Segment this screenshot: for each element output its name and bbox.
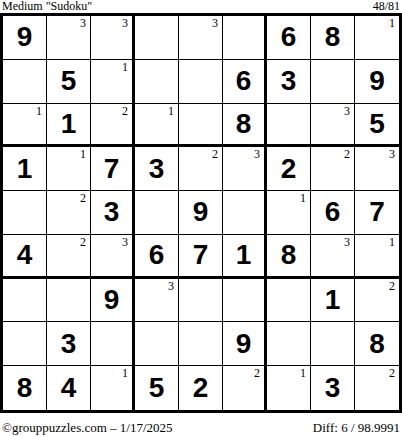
cell-r4c6[interactable]: 3 (223, 147, 267, 191)
cell-r3c6[interactable]: 8 (223, 104, 267, 148)
cell-digit: 8 (325, 23, 341, 51)
cell-digit: 8 (17, 374, 33, 402)
cell-r9c6[interactable]: 2 (223, 366, 267, 410)
cell-r5c2[interactable]: 2 (47, 191, 91, 235)
cell-r3c1[interactable]: 1 (3, 104, 47, 148)
cell-r8c8[interactable] (311, 322, 355, 366)
cell-digit: 4 (61, 374, 77, 402)
page-header: Medium "Sudoku" 48/81 (0, 0, 402, 13)
pencil-mark: 1 (300, 367, 306, 380)
pencil-mark: 1 (122, 367, 128, 380)
cell-r4c8[interactable]: 2 (311, 147, 355, 191)
cell-digit: 3 (104, 198, 120, 226)
pencil-mark: 1 (80, 148, 86, 161)
cell-digit: 7 (104, 155, 120, 183)
cell-digit: 2 (281, 155, 297, 183)
pencil-mark: 3 (212, 17, 218, 30)
cell-digit: 1 (61, 110, 77, 138)
cell-digit: 8 (281, 241, 297, 269)
cells-remaining-counter: 48/81 (373, 0, 400, 12)
cell-r3c9[interactable]: 5 (355, 104, 399, 148)
cell-digit: 7 (369, 198, 385, 226)
pencil-mark: 2 (389, 367, 395, 380)
cell-digit: 3 (281, 67, 297, 95)
cell-r2c2[interactable]: 5 (47, 60, 91, 104)
cell-digit: 3 (325, 374, 341, 402)
cell-digit: 4 (17, 241, 33, 269)
cell-r1c4[interactable] (135, 16, 179, 60)
page-footer: ©grouppuzzles.com – 1/17/2025 Diff: 6 / … (0, 420, 402, 436)
pencil-mark: 1 (168, 105, 174, 118)
cell-r1c9[interactable]: 1 (355, 16, 399, 60)
cell-r1c6[interactable] (223, 16, 267, 60)
cell-r1c3[interactable]: 3 (91, 16, 135, 60)
cell-digit: 6 (325, 198, 341, 226)
cell-r8c9[interactable]: 8 (355, 322, 399, 366)
pencil-mark: 3 (344, 236, 350, 249)
cell-digit: 8 (236, 110, 252, 138)
cell-r6c7[interactable]: 8 (267, 235, 311, 279)
cell-digit: 9 (236, 330, 252, 358)
cell-r8c7[interactable] (267, 322, 311, 366)
cell-r8c3[interactable] (91, 322, 135, 366)
cell-digit: 5 (149, 374, 165, 402)
cell-digit: 5 (61, 67, 77, 95)
cell-r4c3[interactable]: 7 (91, 147, 135, 191)
cell-r7c1[interactable] (3, 279, 47, 323)
cell-digit: 9 (193, 198, 209, 226)
pencil-mark: 2 (212, 148, 218, 161)
cell-digit: 8 (369, 330, 385, 358)
cell-digit: 2 (193, 374, 209, 402)
cell-r6c2[interactable]: 2 (47, 235, 91, 279)
pencil-mark: 3 (344, 105, 350, 118)
cell-r9c9[interactable]: 2 (355, 366, 399, 410)
cell-r7c9[interactable]: 2 (355, 279, 399, 323)
cell-r5c9[interactable]: 7 (355, 191, 399, 235)
pencil-mark: 2 (389, 280, 395, 293)
cell-r9c4[interactable]: 5 (135, 366, 179, 410)
pencil-mark: 2 (80, 192, 86, 205)
cell-r4c5[interactable]: 2 (179, 147, 223, 191)
pencil-mark: 1 (300, 192, 306, 205)
cell-digit: 6 (236, 67, 252, 95)
pencil-mark: 3 (80, 17, 86, 30)
cell-r1c5[interactable]: 3 (179, 16, 223, 60)
cell-r2c3[interactable]: 1 (91, 60, 135, 104)
puzzle-title: Medium "Sudoku" (2, 0, 92, 12)
cell-r3c5[interactable] (179, 104, 223, 148)
cell-r9c1[interactable]: 8 (3, 366, 47, 410)
cell-r7c8[interactable]: 1 (311, 279, 355, 323)
cell-r5c5[interactable]: 9 (179, 191, 223, 235)
cell-r6c5[interactable]: 7 (179, 235, 223, 279)
cell-r1c1[interactable]: 9 (3, 16, 47, 60)
cell-digit: 9 (17, 23, 33, 51)
cell-r7c2[interactable] (47, 279, 91, 323)
cell-digit: 6 (149, 241, 165, 269)
cell-r6c6[interactable]: 1 (223, 235, 267, 279)
pencil-mark: 3 (389, 148, 395, 161)
cell-digit: 9 (104, 286, 120, 314)
cell-r7c5[interactable] (179, 279, 223, 323)
cell-r3c3[interactable]: 2 (91, 104, 135, 148)
cell-r2c9[interactable]: 9 (355, 60, 399, 104)
cell-r1c2[interactable]: 3 (47, 16, 91, 60)
cell-digit: 5 (369, 110, 385, 138)
cell-r3c4[interactable]: 1 (135, 104, 179, 148)
cell-r5c6[interactable] (223, 191, 267, 235)
cell-r2c7[interactable]: 3 (267, 60, 311, 104)
cell-r9c7[interactable]: 1 (267, 366, 311, 410)
cell-r6c1[interactable]: 4 (3, 235, 47, 279)
cell-r6c4[interactable]: 6 (135, 235, 179, 279)
cell-r5c4[interactable] (135, 191, 179, 235)
pencil-mark: 3 (168, 280, 174, 293)
cell-r5c8[interactable]: 6 (311, 191, 355, 235)
cell-r4c7[interactable]: 2 (267, 147, 311, 191)
pencil-mark: 1 (122, 61, 128, 74)
cell-r4c1[interactable]: 1 (3, 147, 47, 191)
cell-digit: 3 (149, 155, 165, 183)
cell-r3c2[interactable]: 1 (47, 104, 91, 148)
cell-r2c5[interactable] (179, 60, 223, 104)
pencil-mark: 2 (254, 367, 260, 380)
sudoku-grid: 9333681516391121835117323223239167423671… (0, 13, 402, 413)
cell-digit: 1 (17, 155, 33, 183)
cell-r8c4[interactable] (135, 322, 179, 366)
cell-r5c3[interactable]: 3 (91, 191, 135, 235)
cell-r4c9[interactable]: 3 (355, 147, 399, 191)
pencil-mark: 3 (122, 17, 128, 30)
difficulty-text: Diff: 6 / 98.9991 (313, 420, 400, 436)
pencil-mark: 2 (122, 105, 128, 118)
cell-r4c2[interactable]: 1 (47, 147, 91, 191)
pencil-mark: 2 (80, 236, 86, 249)
cell-r7c6[interactable] (223, 279, 267, 323)
cell-digit: 1 (236, 241, 252, 269)
cell-digit: 7 (193, 241, 209, 269)
cell-r2c4[interactable] (135, 60, 179, 104)
cell-r7c3[interactable]: 9 (91, 279, 135, 323)
cell-r9c3[interactable]: 1 (91, 366, 135, 410)
pencil-mark: 3 (122, 236, 128, 249)
pencil-mark: 1 (389, 236, 395, 249)
cell-r7c7[interactable] (267, 279, 311, 323)
cell-r3c7[interactable] (267, 104, 311, 148)
cell-r9c2[interactable]: 4 (47, 366, 91, 410)
cell-r9c5[interactable]: 2 (179, 366, 223, 410)
cell-r8c1[interactable] (3, 322, 47, 366)
cell-r6c8[interactable]: 3 (311, 235, 355, 279)
cell-digit: 1 (325, 286, 341, 314)
cell-r2c6[interactable]: 6 (223, 60, 267, 104)
cell-r4c4[interactable]: 3 (135, 147, 179, 191)
cell-digit: 9 (369, 67, 385, 95)
cell-r9c8[interactable]: 3 (311, 366, 355, 410)
cell-r6c9[interactable]: 1 (355, 235, 399, 279)
cell-r2c1[interactable] (3, 60, 47, 104)
cell-r1c7[interactable]: 6 (267, 16, 311, 60)
cell-r2c8[interactable] (311, 60, 355, 104)
cell-digit: 6 (281, 23, 297, 51)
pencil-mark: 3 (254, 148, 260, 161)
cell-r6c3[interactable]: 3 (91, 235, 135, 279)
cell-r8c5[interactable] (179, 322, 223, 366)
pencil-mark: 1 (389, 17, 395, 30)
copyright-text: ©grouppuzzles.com – 1/17/2025 (2, 420, 173, 436)
cell-r5c1[interactable] (3, 191, 47, 235)
cell-r7c4[interactable]: 3 (135, 279, 179, 323)
cell-r8c6[interactable]: 9 (223, 322, 267, 366)
cell-digit: 3 (61, 330, 77, 358)
pencil-mark: 2 (344, 148, 350, 161)
cell-r5c7[interactable]: 1 (267, 191, 311, 235)
cell-r3c8[interactable]: 3 (311, 104, 355, 148)
pencil-mark: 1 (36, 105, 42, 118)
cell-r1c8[interactable]: 8 (311, 16, 355, 60)
cell-r8c2[interactable]: 3 (47, 322, 91, 366)
